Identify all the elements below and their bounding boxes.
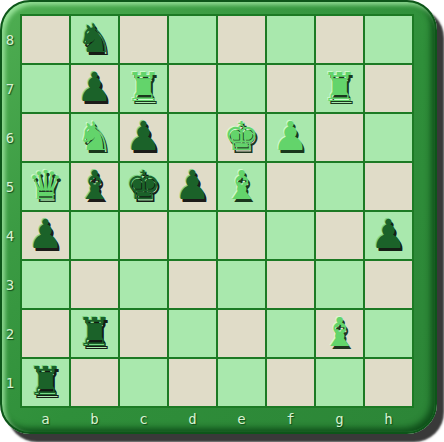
square-h3[interactable] [365,261,412,308]
file-label-c: c [120,408,167,430]
square-f7[interactable] [267,65,314,112]
rank-label-1: 1 [0,359,20,406]
square-b6[interactable]: ♞ [71,114,118,161]
square-h6[interactable] [365,114,412,161]
square-h7[interactable] [365,65,412,112]
square-f2[interactable] [267,310,314,357]
square-b7[interactable]: ♟ [71,65,118,112]
black-king[interactable]: ♚ [126,162,162,209]
rank-label-8: 8 [0,16,20,63]
square-g3[interactable] [316,261,363,308]
white-pawn[interactable]: ♟ [273,113,309,160]
square-f1[interactable] [267,359,314,406]
square-c5[interactable]: ♚ [120,163,167,210]
white-queen[interactable]: ♛ [28,162,64,209]
square-b1[interactable] [71,359,118,406]
square-d4[interactable] [169,212,216,259]
rank-label-7: 7 [0,65,20,112]
rank-labels: 87654321 [0,16,20,406]
black-pawn[interactable]: ♟ [126,113,162,160]
square-a4[interactable]: ♟ [22,212,69,259]
rank-label-2: 2 [0,310,20,357]
square-b4[interactable] [71,212,118,259]
square-d6[interactable] [169,114,216,161]
square-e8[interactable] [218,16,265,63]
square-d3[interactable] [169,261,216,308]
file-labels: abcdefgh [22,408,412,430]
square-b3[interactable] [71,261,118,308]
file-label-f: f [267,408,314,430]
black-knight[interactable]: ♞ [77,15,113,62]
rank-label-6: 6 [0,114,20,161]
square-c4[interactable] [120,212,167,259]
square-e2[interactable] [218,310,265,357]
square-e6[interactable]: ♚ [218,114,265,161]
square-a3[interactable] [22,261,69,308]
square-a5[interactable]: ♛ [22,163,69,210]
black-pawn[interactable]: ♟ [28,211,64,258]
white-bishop[interactable]: ♝ [322,309,358,356]
square-d8[interactable] [169,16,216,63]
square-h1[interactable] [365,359,412,406]
black-pawn[interactable]: ♟ [77,64,113,111]
square-e1[interactable] [218,359,265,406]
rank-label-5: 5 [0,163,20,210]
square-h4[interactable]: ♟ [365,212,412,259]
square-g2[interactable]: ♝ [316,310,363,357]
rank-label-3: 3 [0,261,20,308]
file-label-h: h [365,408,412,430]
square-g5[interactable] [316,163,363,210]
square-c6[interactable]: ♟ [120,114,167,161]
square-b8[interactable]: ♞ [71,16,118,63]
square-a8[interactable] [22,16,69,63]
black-bishop[interactable]: ♝ [77,162,113,209]
square-c1[interactable] [120,359,167,406]
square-d1[interactable] [169,359,216,406]
rank-label-4: 4 [0,212,20,259]
square-e3[interactable] [218,261,265,308]
square-d7[interactable] [169,65,216,112]
square-a6[interactable] [22,114,69,161]
square-c2[interactable] [120,310,167,357]
square-f4[interactable] [267,212,314,259]
square-g4[interactable] [316,212,363,259]
black-rook[interactable]: ♜ [77,309,113,356]
white-rook[interactable]: ♜ [322,64,358,111]
square-e4[interactable] [218,212,265,259]
square-a1[interactable]: ♜ [22,359,69,406]
file-label-e: e [218,408,265,430]
file-label-d: d [169,408,216,430]
white-rook[interactable]: ♜ [126,64,162,111]
square-f6[interactable]: ♟ [267,114,314,161]
square-e7[interactable] [218,65,265,112]
square-f5[interactable] [267,163,314,210]
board[interactable]: ♞♟♜♜♞♟♚♟♛♝♚♟♝♟♟♜♝♜ [20,14,414,408]
square-f8[interactable] [267,16,314,63]
square-g6[interactable] [316,114,363,161]
file-label-a: a [22,408,69,430]
square-d5[interactable]: ♟ [169,163,216,210]
square-a2[interactable] [22,310,69,357]
file-label-b: b [71,408,118,430]
square-e5[interactable]: ♝ [218,163,265,210]
square-b5[interactable]: ♝ [71,163,118,210]
white-bishop[interactable]: ♝ [224,162,260,209]
square-c8[interactable] [120,16,167,63]
square-a7[interactable] [22,65,69,112]
file-label-g: g [316,408,363,430]
black-pawn[interactable]: ♟ [371,211,407,258]
square-g7[interactable]: ♜ [316,65,363,112]
white-king[interactable]: ♚ [224,113,260,160]
square-h5[interactable] [365,163,412,210]
square-f3[interactable] [267,261,314,308]
square-c3[interactable] [120,261,167,308]
square-g8[interactable] [316,16,363,63]
chess-app-window: 87654321 ♞♟♜♜♞♟♚♟♛♝♚♟♝♟♟♜♝♜ abcdefgh [0,0,444,442]
black-pawn[interactable]: ♟ [175,162,211,209]
square-d2[interactable] [169,310,216,357]
square-g1[interactable] [316,359,363,406]
square-c7[interactable]: ♜ [120,65,167,112]
square-h2[interactable] [365,310,412,357]
square-b2[interactable]: ♜ [71,310,118,357]
square-h8[interactable] [365,16,412,63]
white-knight[interactable]: ♞ [77,113,113,160]
black-rook[interactable]: ♜ [28,358,64,405]
